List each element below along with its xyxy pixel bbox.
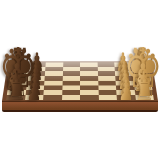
square-h8: [6, 95, 25, 100]
square-h3: [98, 95, 117, 100]
square-h5: [62, 95, 80, 100]
square-h2: [117, 95, 136, 100]
chess-board: [2, 61, 158, 101]
board-squares: [6, 62, 154, 100]
square-h7: [25, 95, 44, 100]
square-h6: [43, 95, 62, 100]
chess-set-photo: ♜♟♟♜♞♟♟♞♝♟♟♝♛♟♟♛♚♟♟♚♝♟♟♝♞♟♟♞♜♟♟♜: [0, 0, 160, 160]
board-scene: [0, 0, 160, 160]
square-h4: [80, 95, 98, 100]
board-front-edge: [2, 101, 158, 112]
square-h1: [135, 95, 154, 100]
